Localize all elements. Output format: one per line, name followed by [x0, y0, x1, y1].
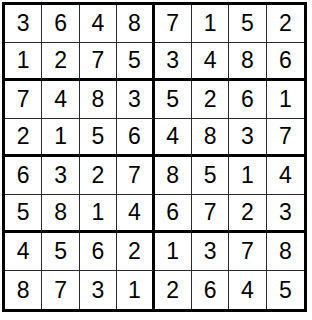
cell-r5c5[interactable]: 8 — [155, 157, 192, 195]
cell-r4c2[interactable]: 1 — [42, 119, 79, 157]
cell-r7c7[interactable]: 7 — [229, 233, 266, 271]
cell-r1c5[interactable]: 7 — [155, 5, 192, 43]
cell-r8c5[interactable]: 2 — [155, 271, 192, 309]
cell-r2c7[interactable]: 8 — [229, 43, 266, 81]
cell-r5c7[interactable]: 1 — [229, 157, 266, 195]
cell-r1c6[interactable]: 1 — [192, 5, 229, 43]
cell-r3c3[interactable]: 8 — [80, 81, 117, 119]
cell-r4c1[interactable]: 2 — [5, 119, 42, 157]
cell-r1c2[interactable]: 6 — [42, 5, 79, 43]
cell-r8c2[interactable]: 7 — [42, 271, 79, 309]
cell-r7c1[interactable]: 4 — [5, 233, 42, 271]
cell-r8c7[interactable]: 4 — [229, 271, 266, 309]
cell-r3c8[interactable]: 1 — [267, 81, 304, 119]
cell-r8c6[interactable]: 6 — [192, 271, 229, 309]
cell-r2c6[interactable]: 4 — [192, 43, 229, 81]
cell-r6c4[interactable]: 4 — [117, 195, 154, 233]
cell-r5c6[interactable]: 5 — [192, 157, 229, 195]
cell-r7c4[interactable]: 2 — [117, 233, 154, 271]
cell-r1c3[interactable]: 4 — [80, 5, 117, 43]
cell-r6c5[interactable]: 6 — [155, 195, 192, 233]
cell-r8c4[interactable]: 1 — [117, 271, 154, 309]
cell-r7c2[interactable]: 5 — [42, 233, 79, 271]
cell-r6c2[interactable]: 8 — [42, 195, 79, 233]
cell-r4c6[interactable]: 8 — [192, 119, 229, 157]
cell-r3c6[interactable]: 2 — [192, 81, 229, 119]
cell-r4c8[interactable]: 7 — [267, 119, 304, 157]
cell-r3c1[interactable]: 7 — [5, 81, 42, 119]
cell-r3c4[interactable]: 3 — [117, 81, 154, 119]
cell-r7c6[interactable]: 3 — [192, 233, 229, 271]
cell-r6c3[interactable]: 1 — [80, 195, 117, 233]
cell-r6c8[interactable]: 3 — [267, 195, 304, 233]
cell-r3c5[interactable]: 5 — [155, 81, 192, 119]
cell-r5c1[interactable]: 6 — [5, 157, 42, 195]
sudoku-board: 3648715212753486748352612156483763278514… — [2, 2, 307, 312]
cell-r5c2[interactable]: 3 — [42, 157, 79, 195]
cell-r7c5[interactable]: 1 — [155, 233, 192, 271]
cell-r3c2[interactable]: 4 — [42, 81, 79, 119]
cell-r7c3[interactable]: 6 — [80, 233, 117, 271]
cell-r6c7[interactable]: 2 — [229, 195, 266, 233]
cell-r2c5[interactable]: 3 — [155, 43, 192, 81]
cell-r8c1[interactable]: 8 — [5, 271, 42, 309]
cell-r7c8[interactable]: 8 — [267, 233, 304, 271]
cell-r2c3[interactable]: 7 — [80, 43, 117, 81]
cell-r2c8[interactable]: 6 — [267, 43, 304, 81]
cell-r1c7[interactable]: 5 — [229, 5, 266, 43]
cell-r1c1[interactable]: 3 — [5, 5, 42, 43]
cell-r1c8[interactable]: 2 — [267, 5, 304, 43]
cell-r8c8[interactable]: 5 — [267, 271, 304, 309]
cell-r5c3[interactable]: 2 — [80, 157, 117, 195]
cell-r6c1[interactable]: 5 — [5, 195, 42, 233]
cell-r4c7[interactable]: 3 — [229, 119, 266, 157]
cell-r1c4[interactable]: 8 — [117, 5, 154, 43]
cell-r4c4[interactable]: 6 — [117, 119, 154, 157]
cell-r5c4[interactable]: 7 — [117, 157, 154, 195]
cell-r2c1[interactable]: 1 — [5, 43, 42, 81]
cell-r6c6[interactable]: 7 — [192, 195, 229, 233]
cell-r2c2[interactable]: 2 — [42, 43, 79, 81]
cell-r2c4[interactable]: 5 — [117, 43, 154, 81]
cell-r8c3[interactable]: 3 — [80, 271, 117, 309]
cell-r5c8[interactable]: 4 — [267, 157, 304, 195]
cell-r3c7[interactable]: 6 — [229, 81, 266, 119]
cell-r4c3[interactable]: 5 — [80, 119, 117, 157]
cell-r4c5[interactable]: 4 — [155, 119, 192, 157]
